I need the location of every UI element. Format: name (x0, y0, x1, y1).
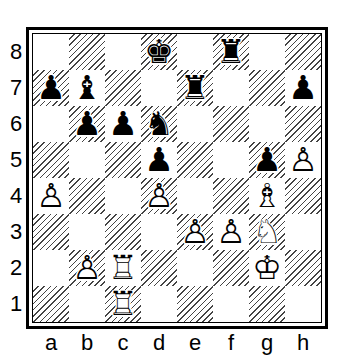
square-c2[interactable]: ♜♖ (105, 250, 141, 286)
square-h5[interactable]: ♟♙ (285, 142, 321, 178)
square-a2[interactable] (33, 250, 69, 286)
white-king[interactable]: ♚♔ (249, 250, 285, 286)
black-pawn-glyph: ♟ (69, 106, 105, 142)
black-king-glyph: ♚ (141, 34, 177, 70)
file-label-h: h (285, 331, 321, 355)
square-c5[interactable] (105, 142, 141, 178)
black-bishop-glyph: ♝ (69, 70, 105, 106)
square-c6[interactable]: ♟ (105, 106, 141, 142)
square-f5[interactable] (213, 142, 249, 178)
white-pawn[interactable]: ♟♙ (33, 178, 69, 214)
square-a7[interactable]: ♟ (33, 70, 69, 106)
square-h8[interactable] (285, 34, 321, 70)
white-pawn-outline: ♙ (177, 214, 213, 250)
square-g6[interactable] (249, 106, 285, 142)
square-d6[interactable]: ♞ (141, 106, 177, 142)
white-bishop[interactable]: ♝♗ (249, 178, 285, 214)
black-pawn[interactable]: ♟ (249, 142, 285, 178)
white-pawn-outline: ♙ (33, 178, 69, 214)
black-knight[interactable]: ♞ (141, 106, 177, 142)
square-e8[interactable] (177, 34, 213, 70)
black-pawn-glyph: ♟ (33, 70, 69, 106)
square-b8[interactable] (69, 34, 105, 70)
chess-diagram: 87654321 abcdefgh ♚♜♟♝♜♟♟♟♞♟♟♟♙♟♙♟♙♝♗♟♙♟… (0, 0, 360, 360)
square-a5[interactable] (33, 142, 69, 178)
square-d5[interactable]: ♟ (141, 142, 177, 178)
square-f6[interactable] (213, 106, 249, 142)
white-rook[interactable]: ♜♖ (105, 286, 141, 322)
square-h1[interactable] (285, 286, 321, 322)
white-king-outline: ♔ (249, 250, 285, 286)
file-label-e: e (177, 331, 213, 355)
file-label-f: f (213, 331, 249, 355)
square-b3[interactable] (69, 214, 105, 250)
black-rook[interactable]: ♜ (213, 34, 249, 70)
black-rook-glyph: ♜ (177, 70, 213, 106)
square-g5[interactable]: ♟ (249, 142, 285, 178)
black-pawn-glyph: ♟ (249, 142, 285, 178)
black-rook-glyph: ♜ (213, 34, 249, 70)
square-g3[interactable]: ♞♘ (249, 214, 285, 250)
square-f8[interactable]: ♜ (213, 34, 249, 70)
white-rook-outline: ♖ (105, 286, 141, 322)
square-c7[interactable] (105, 70, 141, 106)
square-f3[interactable]: ♟♙ (213, 214, 249, 250)
square-e2[interactable] (177, 250, 213, 286)
square-f7[interactable] (213, 70, 249, 106)
white-bishop-outline: ♗ (249, 178, 285, 214)
square-d3[interactable] (141, 214, 177, 250)
square-f1[interactable] (213, 286, 249, 322)
board-frame-inner: ♚♜♟♝♜♟♟♟♞♟♟♟♙♟♙♟♙♝♗♟♙♟♙♞♘♟♙♜♖♚♔♜♖ (32, 33, 322, 323)
file-label-g: g (249, 331, 285, 355)
white-rook-outline: ♖ (105, 250, 141, 286)
white-pawn-outline: ♙ (213, 214, 249, 250)
square-d1[interactable] (141, 286, 177, 322)
square-f2[interactable] (213, 250, 249, 286)
white-pawn[interactable]: ♟♙ (177, 214, 213, 250)
square-c3[interactable] (105, 214, 141, 250)
black-pawn-glyph: ♟ (105, 106, 141, 142)
square-f4[interactable] (213, 178, 249, 214)
square-e6[interactable] (177, 106, 213, 142)
square-h7[interactable]: ♟ (285, 70, 321, 106)
square-g8[interactable] (249, 34, 285, 70)
white-pawn-outline: ♙ (69, 250, 105, 286)
white-pawn-outline: ♙ (285, 142, 321, 178)
black-pawn[interactable]: ♟ (69, 106, 105, 142)
square-a1[interactable] (33, 286, 69, 322)
square-h3[interactable] (285, 214, 321, 250)
black-king[interactable]: ♚ (141, 34, 177, 70)
white-pawn-outline: ♙ (141, 178, 177, 214)
square-e4[interactable] (177, 178, 213, 214)
square-b5[interactable] (69, 142, 105, 178)
board-frame: ♚♜♟♝♜♟♟♟♞♟♟♟♙♟♙♟♙♝♗♟♙♟♙♞♘♟♙♜♖♚♔♜♖ (26, 27, 328, 329)
black-bishop[interactable]: ♝ (69, 70, 105, 106)
black-pawn-glyph: ♟ (141, 142, 177, 178)
square-d7[interactable] (141, 70, 177, 106)
square-c8[interactable] (105, 34, 141, 70)
black-pawn[interactable]: ♟ (285, 70, 321, 106)
square-c1[interactable]: ♜♖ (105, 286, 141, 322)
square-c4[interactable] (105, 178, 141, 214)
black-pawn-glyph: ♟ (285, 70, 321, 106)
square-h4[interactable] (285, 178, 321, 214)
file-label-a: a (33, 331, 69, 355)
white-knight-outline: ♘ (249, 214, 285, 250)
square-d2[interactable] (141, 250, 177, 286)
square-a6[interactable] (33, 106, 69, 142)
square-b6[interactable]: ♟ (69, 106, 105, 142)
square-b7[interactable]: ♝ (69, 70, 105, 106)
square-a3[interactable] (33, 214, 69, 250)
square-a8[interactable] (33, 34, 69, 70)
white-rook[interactable]: ♜♖ (105, 250, 141, 286)
square-g2[interactable]: ♚♔ (249, 250, 285, 286)
square-h2[interactable] (285, 250, 321, 286)
black-pawn[interactable]: ♟ (105, 106, 141, 142)
square-d4[interactable]: ♟♙ (141, 178, 177, 214)
white-pawn[interactable]: ♟♙ (69, 250, 105, 286)
square-b2[interactable]: ♟♙ (69, 250, 105, 286)
square-e1[interactable] (177, 286, 213, 322)
square-h6[interactable] (285, 106, 321, 142)
file-label-c: c (105, 331, 141, 355)
white-knight[interactable]: ♞♘ (249, 214, 285, 250)
square-g7[interactable] (249, 70, 285, 106)
chess-board: ♚♜♟♝♜♟♟♟♞♟♟♟♙♟♙♟♙♝♗♟♙♟♙♞♘♟♙♜♖♚♔♜♖ (33, 34, 321, 322)
black-rook[interactable]: ♜ (177, 70, 213, 106)
white-pawn[interactable]: ♟♙ (213, 214, 249, 250)
square-b1[interactable] (69, 286, 105, 322)
square-b4[interactable] (69, 178, 105, 214)
white-pawn[interactable]: ♟♙ (141, 178, 177, 214)
square-g1[interactable] (249, 286, 285, 322)
square-e3[interactable]: ♟♙ (177, 214, 213, 250)
file-label-d: d (141, 331, 177, 355)
square-a4[interactable]: ♟♙ (33, 178, 69, 214)
black-knight-glyph: ♞ (141, 106, 177, 142)
square-e5[interactable] (177, 142, 213, 178)
file-labels: abcdefgh (33, 331, 321, 355)
file-label-b: b (69, 331, 105, 355)
square-e7[interactable]: ♜ (177, 70, 213, 106)
black-pawn[interactable]: ♟ (141, 142, 177, 178)
square-g4[interactable]: ♝♗ (249, 178, 285, 214)
white-pawn[interactable]: ♟♙ (285, 142, 321, 178)
black-pawn[interactable]: ♟ (33, 70, 69, 106)
square-d8[interactable]: ♚ (141, 34, 177, 70)
